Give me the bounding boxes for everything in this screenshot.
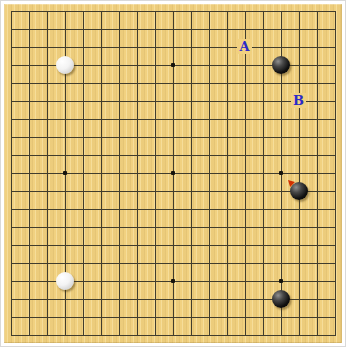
- star-point: [171, 63, 175, 67]
- star-point: [171, 171, 175, 175]
- star-point: [63, 171, 67, 175]
- board-overlay: AB: [0, 0, 346, 347]
- star-point: [279, 279, 283, 283]
- stone-black-Q3: [272, 290, 290, 308]
- star-point: [171, 279, 175, 283]
- star-point: [279, 171, 283, 175]
- stone-black-R9: [290, 182, 308, 200]
- label-B[interactable]: B: [291, 93, 306, 108]
- go-client-screenshot: AB: [0, 0, 346, 347]
- label-A[interactable]: A: [237, 39, 252, 54]
- stone-white-D4: [56, 272, 74, 290]
- stone-white-D16: [56, 56, 74, 74]
- stone-black-Q16: [272, 56, 290, 74]
